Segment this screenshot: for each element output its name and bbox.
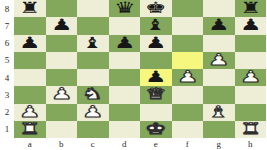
square-g5[interactable]: ♟	[203, 52, 235, 69]
white-pawn[interactable]: ♟	[19, 104, 41, 121]
gutter-corner	[0, 138, 14, 150]
square-e7[interactable]: ♝	[140, 17, 172, 34]
file-label-c: c	[77, 138, 109, 150]
square-f5[interactable]	[172, 52, 204, 69]
square-d1[interactable]	[109, 121, 141, 138]
square-a8[interactable]: ♜	[14, 0, 46, 17]
white-knight[interactable]: ♞	[82, 86, 104, 103]
square-a4[interactable]	[14, 69, 46, 86]
square-a2[interactable]: ♟	[14, 104, 46, 121]
square-f2[interactable]	[172, 104, 204, 121]
black-bishop[interactable]: ♝	[82, 35, 104, 52]
white-bishop[interactable]: ♝	[208, 104, 230, 121]
black-pawn[interactable]: ♟	[113, 35, 135, 52]
board: ♜♛♚♜♟♝♟♟♟♝♟♟♟♟♟♟♟♞♛♟♟♝♜♚♜	[14, 0, 266, 138]
square-d8[interactable]: ♛	[109, 0, 141, 17]
file-labels: abcdefgh	[14, 138, 266, 150]
square-b7[interactable]: ♟	[46, 17, 78, 34]
rank-labels: 87654321	[0, 0, 14, 138]
square-e4[interactable]: ♟	[140, 69, 172, 86]
rank-label-2: 2	[0, 104, 14, 121]
black-king[interactable]: ♚	[145, 0, 167, 17]
square-g6[interactable]	[203, 35, 235, 52]
black-queen[interactable]: ♛	[113, 0, 135, 17]
white-queen[interactable]: ♛	[145, 86, 167, 103]
square-f8[interactable]	[172, 0, 204, 17]
black-pawn[interactable]: ♟	[239, 17, 261, 34]
square-a5[interactable]	[14, 52, 46, 69]
rank-label-5: 5	[0, 52, 14, 69]
square-d5[interactable]	[109, 52, 141, 69]
white-pawn[interactable]: ♟	[239, 69, 261, 86]
square-a3[interactable]	[14, 86, 46, 103]
square-a7[interactable]	[14, 17, 46, 34]
square-e2[interactable]	[140, 104, 172, 121]
black-pawn[interactable]: ♟	[50, 17, 72, 34]
file-label-b: b	[46, 138, 78, 150]
black-bishop[interactable]: ♝	[145, 17, 167, 34]
rank-label-7: 7	[0, 17, 14, 34]
square-f6[interactable]	[172, 35, 204, 52]
square-f7[interactable]	[172, 17, 204, 34]
file-label-g: g	[203, 138, 235, 150]
square-b1[interactable]	[46, 121, 78, 138]
rank-label-1: 1	[0, 121, 14, 138]
square-c5[interactable]	[77, 52, 109, 69]
white-pawn[interactable]: ♟	[176, 69, 198, 86]
rank-label-4: 4	[0, 69, 14, 86]
file-label-a: a	[14, 138, 46, 150]
square-c3[interactable]: ♞	[77, 86, 109, 103]
white-rook[interactable]: ♜	[239, 121, 261, 138]
rank-label-3: 3	[0, 86, 14, 103]
file-label-h: h	[235, 138, 267, 150]
square-h7[interactable]: ♟	[235, 17, 267, 34]
square-c8[interactable]	[77, 0, 109, 17]
white-king[interactable]: ♚	[145, 121, 167, 138]
square-c1[interactable]	[77, 121, 109, 138]
square-b6[interactable]	[46, 35, 78, 52]
square-d3[interactable]	[109, 86, 141, 103]
square-h3[interactable]	[235, 86, 267, 103]
square-f3[interactable]	[172, 86, 204, 103]
square-h5[interactable]	[235, 52, 267, 69]
square-g8[interactable]	[203, 0, 235, 17]
black-rook[interactable]: ♜	[19, 0, 41, 17]
square-b4[interactable]	[46, 69, 78, 86]
square-b3[interactable]: ♟	[46, 86, 78, 103]
rank-label-8: 8	[0, 0, 14, 17]
square-g3[interactable]	[203, 86, 235, 103]
square-h1[interactable]: ♜	[235, 121, 267, 138]
white-pawn[interactable]: ♟	[82, 104, 104, 121]
square-c4[interactable]	[77, 69, 109, 86]
file-label-d: d	[109, 138, 141, 150]
square-c2[interactable]: ♟	[77, 104, 109, 121]
square-g1[interactable]	[203, 121, 235, 138]
square-b2[interactable]	[46, 104, 78, 121]
square-g4[interactable]	[203, 69, 235, 86]
square-d6[interactable]: ♟	[109, 35, 141, 52]
square-g2[interactable]: ♝	[203, 104, 235, 121]
black-pawn[interactable]: ♟	[208, 17, 230, 34]
square-h4[interactable]: ♟	[235, 69, 267, 86]
square-b5[interactable]	[46, 52, 78, 69]
square-b8[interactable]	[46, 0, 78, 17]
square-h2[interactable]	[235, 104, 267, 121]
square-h6[interactable]	[235, 35, 267, 52]
square-c7[interactable]	[77, 17, 109, 34]
chess-diagram: 87654321 ♜♛♚♜♟♝♟♟♟♝♟♟♟♟♟♟♟♞♛♟♟♝♜♚♜ abcde…	[0, 0, 266, 150]
square-f4[interactable]: ♟	[172, 69, 204, 86]
square-c6[interactable]: ♝	[77, 35, 109, 52]
square-a6[interactable]: ♟	[14, 35, 46, 52]
square-a1[interactable]: ♜	[14, 121, 46, 138]
square-h8[interactable]: ♜	[235, 0, 267, 17]
square-d4[interactable]	[109, 69, 141, 86]
rank-label-6: 6	[0, 35, 14, 52]
square-e1[interactable]: ♚	[140, 121, 172, 138]
white-pawn[interactable]: ♟	[50, 86, 72, 103]
black-pawn[interactable]: ♟	[19, 35, 41, 52]
square-g7[interactable]: ♟	[203, 17, 235, 34]
square-d7[interactable]	[109, 17, 141, 34]
square-e5[interactable]	[140, 52, 172, 69]
white-pawn[interactable]: ♟	[208, 52, 230, 69]
white-rook[interactable]: ♜	[19, 121, 41, 138]
file-label-f: f	[172, 138, 204, 150]
square-d2[interactable]	[109, 104, 141, 121]
square-e3[interactable]: ♛	[140, 86, 172, 103]
square-e6[interactable]: ♟	[140, 35, 172, 52]
square-e8[interactable]: ♚	[140, 0, 172, 17]
file-label-e: e	[140, 138, 172, 150]
square-f1[interactable]	[172, 121, 204, 138]
black-rook[interactable]: ♜	[239, 0, 261, 17]
black-pawn[interactable]: ♟	[145, 35, 167, 52]
black-pawn[interactable]: ♟	[145, 69, 167, 86]
